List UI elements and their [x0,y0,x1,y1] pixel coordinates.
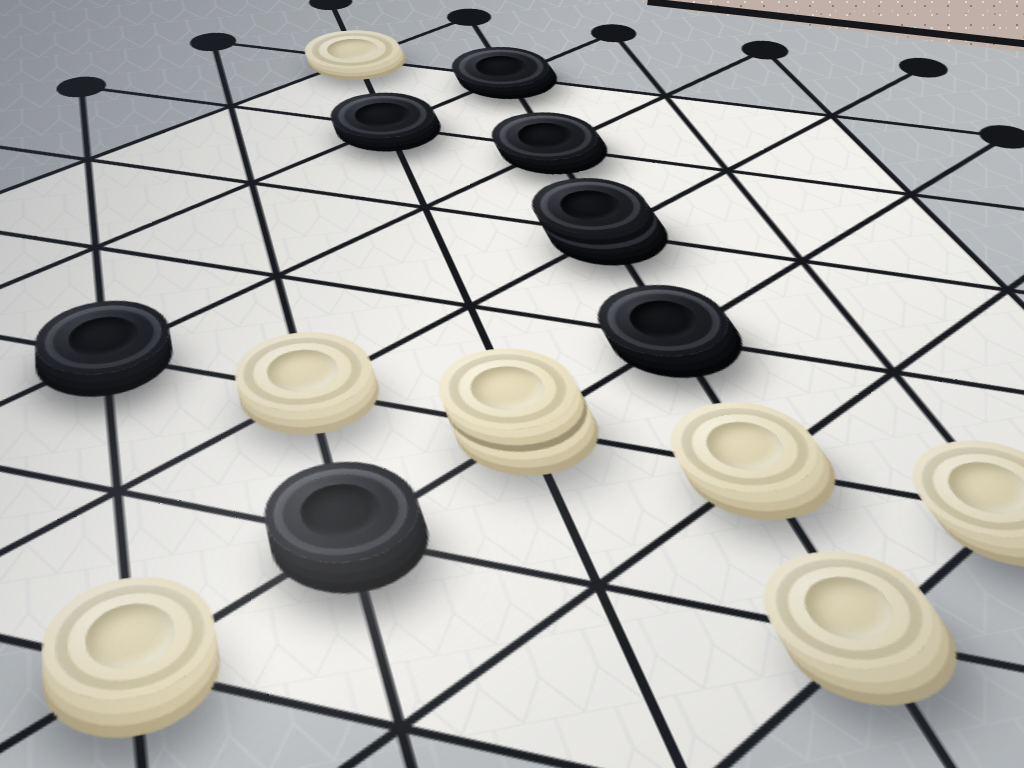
gipf-photo-scene [0,0,1024,768]
gipf-board [0,0,1024,768]
